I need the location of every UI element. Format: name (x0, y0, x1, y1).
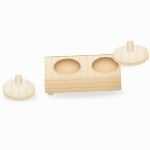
product-photo (0, 0, 150, 150)
lid-on-floor (3, 72, 36, 101)
lid-knob (127, 40, 134, 52)
board-front-face (44, 74, 122, 93)
lid-knob (15, 74, 22, 85)
board-foot-left (48, 91, 54, 95)
lid-on-board (112, 38, 150, 66)
